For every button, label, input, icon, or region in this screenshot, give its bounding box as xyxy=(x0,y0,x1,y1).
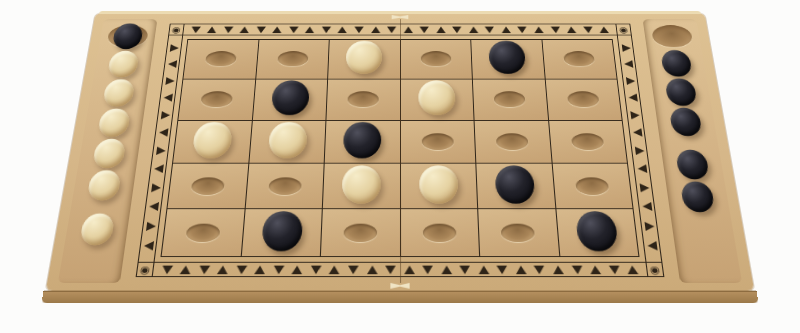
board-cell[interactable] xyxy=(326,79,399,119)
fold-seam xyxy=(399,19,400,283)
triangle-ornament xyxy=(632,128,642,136)
natural-piece[interactable] xyxy=(79,213,115,245)
board-cell[interactable] xyxy=(556,209,638,256)
triangle-ornament xyxy=(223,26,233,33)
photo-scene: ◉ ◉ ◉ ◉ xyxy=(0,0,800,333)
triangle-ornament xyxy=(553,265,564,274)
triangle-ornament xyxy=(145,222,156,231)
triangle-ornament xyxy=(338,26,348,33)
triangle-ornament xyxy=(628,94,638,102)
triangle-ornament xyxy=(217,265,228,274)
triangle-ornament xyxy=(387,26,396,33)
pit xyxy=(421,133,453,150)
natural-piece[interactable] xyxy=(92,139,127,168)
triangle-ornament xyxy=(627,265,639,274)
board-cell[interactable] xyxy=(476,164,554,209)
pit xyxy=(268,177,302,195)
triangle-ornament xyxy=(478,265,489,274)
pit xyxy=(348,91,379,107)
triangle-ornament xyxy=(273,265,284,274)
triangle-ornament xyxy=(630,111,640,119)
triangle-ornament xyxy=(571,265,582,274)
corner-rosette-icon: ◉ xyxy=(137,262,155,276)
pit xyxy=(575,177,609,195)
board-cell[interactable] xyxy=(473,79,548,119)
board-cell[interactable] xyxy=(173,121,251,163)
triangle-ornament xyxy=(637,165,647,174)
triangle-ornament xyxy=(567,26,577,33)
pit xyxy=(201,91,234,107)
board-cell[interactable] xyxy=(178,79,254,119)
triangle-ornament xyxy=(311,265,322,274)
triangle-ornament xyxy=(289,26,299,33)
triangle-ornament xyxy=(590,265,601,274)
triangle-ornament xyxy=(371,26,380,33)
triangle-ornament xyxy=(385,265,396,274)
triangle-ornament xyxy=(452,26,462,33)
triangle-ornament xyxy=(534,265,545,274)
triangle-ornament xyxy=(599,26,609,33)
board-cell[interactable] xyxy=(183,40,258,79)
pit xyxy=(186,223,221,241)
board-cell[interactable] xyxy=(400,121,475,163)
black-piece[interactable] xyxy=(488,41,526,74)
board-cell[interactable] xyxy=(552,164,632,209)
natural-piece[interactable] xyxy=(87,170,122,200)
board-cell[interactable] xyxy=(401,164,478,209)
triangle-ornament xyxy=(143,241,154,250)
triangle-ornament xyxy=(156,146,166,154)
board-cell[interactable] xyxy=(542,40,617,79)
triangle-ornament xyxy=(625,77,635,85)
triangle-ornament xyxy=(329,265,340,274)
triangle-ornament xyxy=(256,26,266,33)
triangle-ornament xyxy=(148,202,158,211)
board-front-edge xyxy=(41,291,758,304)
triangle-ornament xyxy=(639,183,649,192)
board-cell[interactable] xyxy=(245,164,323,209)
board-cell[interactable] xyxy=(478,209,559,256)
corner-rosette-icon: ◉ xyxy=(645,262,663,276)
natural-piece[interactable] xyxy=(342,165,381,203)
black-piece[interactable] xyxy=(343,122,381,158)
triangle-ornament xyxy=(367,265,378,274)
triangle-ornament xyxy=(621,44,630,52)
board-cell[interactable] xyxy=(401,209,480,256)
triangle-ornament xyxy=(180,265,192,274)
pit xyxy=(421,51,452,66)
triangle-ornament xyxy=(608,265,620,274)
natural-piece[interactable] xyxy=(97,109,131,137)
pit xyxy=(277,51,308,66)
black-piece[interactable] xyxy=(675,150,710,180)
board-cell[interactable] xyxy=(328,40,399,79)
triangle-ornament xyxy=(272,26,282,33)
triangle-ornament xyxy=(158,128,168,136)
playfield: ◉ ◉ ◉ ◉ xyxy=(126,19,673,283)
black-piece[interactable] xyxy=(271,81,310,116)
board-cell[interactable] xyxy=(471,40,544,79)
triangle-ornament xyxy=(420,26,429,33)
black-piece[interactable] xyxy=(575,211,619,251)
board-cell[interactable] xyxy=(241,209,322,256)
board-cell[interactable] xyxy=(475,121,552,163)
triangle-ornament xyxy=(501,26,511,33)
triangle-ornament xyxy=(634,146,644,154)
triangle-ornament xyxy=(165,77,175,85)
triangle-ornament xyxy=(153,165,163,174)
board-cell[interactable] xyxy=(321,209,400,256)
natural-piece[interactable] xyxy=(418,81,456,116)
triangle-ornament xyxy=(515,265,526,274)
triangle-ornament xyxy=(404,265,415,274)
triangle-ornament xyxy=(641,202,651,211)
board-cell[interactable] xyxy=(167,164,247,209)
pit xyxy=(571,133,604,150)
board-cell[interactable] xyxy=(400,79,473,119)
triangle-ornament xyxy=(207,26,217,33)
triangle-ornament xyxy=(160,111,170,119)
board-cell[interactable] xyxy=(323,164,400,209)
triangle-ornament xyxy=(151,183,161,192)
triangle-ornament xyxy=(354,26,363,33)
black-piece[interactable] xyxy=(660,50,693,76)
natural-piece[interactable] xyxy=(192,122,233,158)
board-cell[interactable] xyxy=(256,40,329,79)
triangle-ornament xyxy=(163,94,173,102)
board-cell[interactable] xyxy=(545,79,621,119)
triangle-ornament xyxy=(305,26,315,33)
triangle-ornament xyxy=(436,26,445,33)
triangle-ornament xyxy=(497,265,508,274)
triangle-ornament xyxy=(240,26,250,33)
pit xyxy=(205,51,237,66)
board-cell[interactable] xyxy=(162,209,244,256)
triangle-ornament xyxy=(485,26,495,33)
triangle-ornament xyxy=(191,26,201,33)
black-piece[interactable] xyxy=(495,165,536,203)
triangle-ornament xyxy=(169,44,178,52)
triangle-ornament xyxy=(322,26,332,33)
natural-piece[interactable] xyxy=(419,165,458,203)
corner-rosette-icon: ◉ xyxy=(615,24,630,35)
pit xyxy=(567,91,600,107)
black-piece[interactable] xyxy=(112,23,144,49)
pit xyxy=(344,223,378,241)
triangle-ornament xyxy=(422,265,433,274)
game-board: ◉ ◉ ◉ ◉ xyxy=(46,13,754,290)
triangle-ornament xyxy=(518,26,528,33)
board-cell[interactable] xyxy=(252,79,327,119)
triangle-ornament xyxy=(441,265,452,274)
board-cell[interactable] xyxy=(325,121,400,163)
natural-piece[interactable] xyxy=(268,122,308,158)
board-cell[interactable] xyxy=(549,121,627,163)
triangle-ornament xyxy=(647,241,658,250)
natural-piece[interactable] xyxy=(346,41,383,74)
triangle-ornament xyxy=(167,60,177,68)
pit xyxy=(496,133,529,150)
triangle-ornament xyxy=(469,26,479,33)
triangle-ornament xyxy=(550,26,560,33)
black-piece[interactable] xyxy=(680,182,716,213)
natural-piece[interactable] xyxy=(107,51,140,77)
triangle-ornament xyxy=(254,265,265,274)
pit xyxy=(423,223,457,241)
board-cell[interactable] xyxy=(400,40,471,79)
pit xyxy=(191,177,225,195)
triangle-ornament xyxy=(583,26,593,33)
black-piece[interactable] xyxy=(261,211,303,251)
pit xyxy=(494,91,526,107)
black-piece[interactable] xyxy=(664,79,697,106)
natural-piece[interactable] xyxy=(102,79,135,106)
triangle-ornament xyxy=(198,265,209,274)
triangle-ornament xyxy=(236,265,247,274)
triangle-ornament xyxy=(348,265,359,274)
triangle-ornament xyxy=(460,265,471,274)
triangle-ornament xyxy=(623,60,633,68)
triangle-ornament xyxy=(403,26,412,33)
triangle-ornament xyxy=(161,265,173,274)
pit xyxy=(501,223,535,241)
board-cell[interactable] xyxy=(249,121,326,163)
corner-rosette-icon: ◉ xyxy=(169,24,184,35)
triangle-ornament xyxy=(644,222,655,231)
clasp-cutout-bottom xyxy=(390,283,409,289)
black-piece[interactable] xyxy=(669,108,703,136)
triangle-ornament xyxy=(534,26,544,33)
pit xyxy=(563,51,595,66)
triangle-ornament xyxy=(292,265,303,274)
